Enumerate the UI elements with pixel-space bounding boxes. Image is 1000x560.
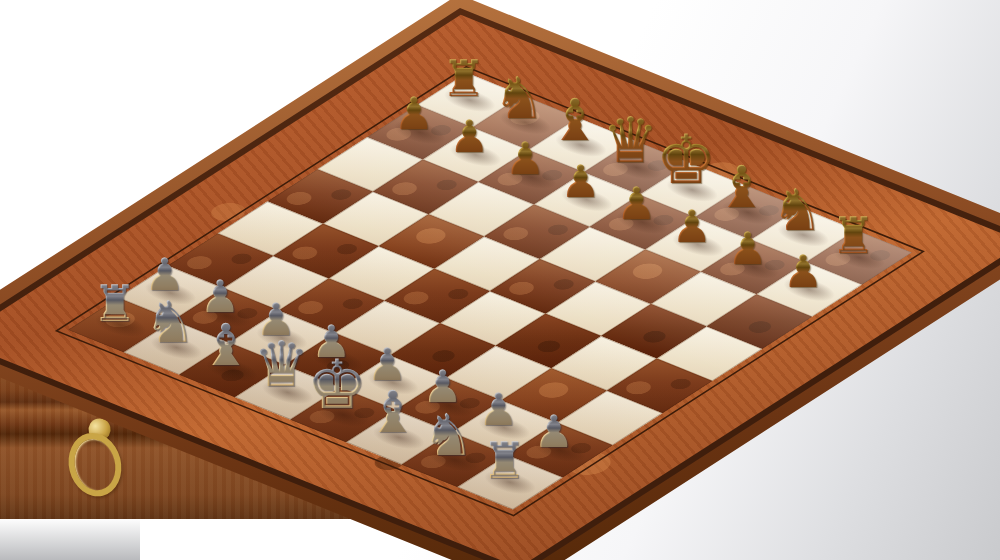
ring-loop — [62, 427, 128, 502]
white-rook-glyph: ♜ — [464, 436, 544, 486]
floor-shadow — [0, 518, 140, 560]
black-pawn-glyph: ♟ — [763, 249, 843, 294]
chess-set-photo: ♜♞♝♛♚♝♞♜♟♟♟♟♟♟♟♟♟♟♟♟♟♟♟♟♜♞♝♛♚♝♞♜ — [0, 0, 1000, 560]
